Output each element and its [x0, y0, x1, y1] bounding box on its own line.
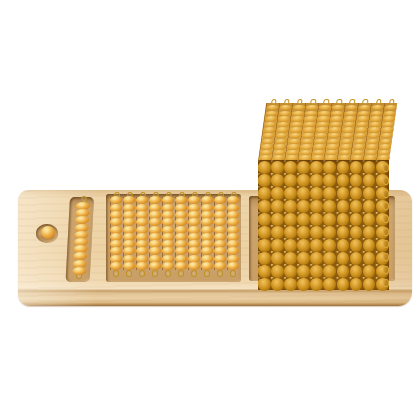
golden-bead [331, 111, 344, 116]
thousand-cube-top-face [258, 103, 397, 161]
golden-bead [273, 150, 286, 155]
golden-bead [337, 174, 350, 187]
golden-bead [290, 122, 303, 127]
golden-bead [310, 200, 323, 213]
golden-bead [365, 150, 378, 155]
golden-bead [110, 218, 122, 226]
golden-bead [350, 213, 363, 226]
golden-bead [310, 226, 323, 239]
golden-bead [284, 174, 297, 187]
golden-bead [175, 218, 187, 226]
golden-bead [355, 122, 368, 127]
golden-bead [310, 239, 323, 252]
golden-bead [368, 127, 381, 132]
golden-bead [363, 278, 376, 291]
golden-bead [380, 133, 393, 138]
wire-loop [178, 270, 184, 277]
golden-bead [258, 226, 271, 239]
golden-bead [323, 161, 336, 174]
golden-bead [342, 122, 355, 127]
wire-loop [383, 164, 389, 172]
golden-bead [337, 252, 350, 265]
golden-bead [300, 144, 313, 149]
golden-bead [378, 150, 391, 155]
golden-bead [343, 116, 356, 121]
golden-bead [363, 252, 376, 265]
golden-bead [279, 105, 292, 110]
golden-bead [297, 226, 310, 239]
golden-bead [271, 226, 284, 239]
golden-bead [318, 105, 331, 110]
golden-bead [188, 218, 200, 226]
golden-bead [381, 127, 394, 132]
golden-bead [332, 105, 345, 110]
golden-bead [341, 133, 354, 138]
golden-bead [382, 116, 395, 121]
golden-bead [338, 150, 351, 155]
wire-loop [165, 270, 171, 277]
thousand-cube [258, 103, 389, 290]
golden-bead [258, 174, 271, 187]
golden-bead [337, 187, 350, 200]
golden-bead [369, 116, 382, 121]
golden-bead [258, 200, 271, 213]
golden-bead [301, 133, 314, 138]
golden-bead [284, 161, 297, 174]
golden-bead [304, 116, 317, 121]
golden-bead [275, 133, 288, 138]
golden-bead [284, 213, 297, 226]
golden-bead [340, 139, 353, 144]
golden-bead [72, 267, 86, 275]
golden-bead [369, 122, 382, 127]
golden-bead [274, 144, 287, 149]
golden-bead [297, 174, 310, 187]
golden-bead [363, 239, 376, 252]
golden-bead [356, 116, 369, 121]
golden-bead [297, 200, 310, 213]
wire-loop [113, 270, 119, 277]
golden-bead [271, 213, 284, 226]
golden-bead [371, 105, 384, 110]
golden-bead [314, 139, 327, 144]
golden-bead [325, 150, 338, 155]
golden-bead-material-photo [0, 0, 420, 420]
golden-bead [355, 127, 368, 132]
wire-loop [191, 270, 197, 277]
golden-bead [382, 122, 395, 127]
golden-bead [291, 116, 304, 121]
golden-bead [301, 139, 314, 144]
golden-bead [271, 239, 284, 252]
golden-bead [263, 127, 276, 132]
golden-bead [297, 278, 310, 291]
golden-bead [363, 265, 376, 278]
golden-bead [266, 105, 279, 110]
golden-bead [312, 150, 325, 155]
hundred-square-bottom-loops [109, 270, 239, 277]
golden-bead [350, 252, 363, 265]
golden-bead [286, 150, 299, 155]
thousand-cube-front-beads [258, 161, 389, 291]
golden-bead [354, 133, 367, 138]
wire-loop [230, 270, 236, 277]
golden-bead [284, 200, 297, 213]
thousand-cube-right-edge-loops [382, 162, 390, 289]
golden-bead [297, 187, 310, 200]
wire-loop [383, 190, 389, 198]
wire-loop [383, 253, 389, 261]
golden-bead [288, 133, 301, 138]
golden-bead [162, 218, 174, 226]
golden-bead [284, 265, 297, 278]
golden-bead [258, 213, 271, 226]
golden-bead [303, 122, 316, 127]
golden-bead [297, 213, 310, 226]
golden-bead [353, 139, 366, 144]
golden-bead [351, 150, 364, 155]
golden-bead [350, 187, 363, 200]
golden-bead [337, 265, 350, 278]
golden-bead [323, 278, 336, 291]
golden-bead [367, 133, 380, 138]
golden-bead [297, 239, 310, 252]
wire-loop [152, 270, 158, 277]
golden-bead [363, 174, 376, 187]
golden-bead [310, 161, 323, 174]
golden-bead [288, 139, 301, 144]
wire-loop [139, 270, 145, 277]
thousand-cube-top-beads [259, 105, 398, 161]
golden-bead [330, 116, 343, 121]
wire-loop [217, 270, 223, 277]
golden-bead [292, 105, 305, 110]
golden-bead [297, 252, 310, 265]
golden-bead [262, 133, 275, 138]
golden-bead [260, 150, 273, 155]
golden-bead [350, 200, 363, 213]
golden-bead [310, 265, 323, 278]
golden-bead [326, 144, 339, 149]
golden-bead [323, 213, 336, 226]
golden-bead [265, 116, 278, 121]
wire-loop [383, 202, 389, 210]
golden-bead [339, 144, 352, 149]
golden-bead [271, 252, 284, 265]
golden-bead [302, 127, 315, 132]
golden-bead [271, 187, 284, 200]
golden-bead [310, 213, 323, 226]
golden-bead [277, 122, 290, 127]
golden-bead [258, 278, 271, 291]
golden-bead [378, 144, 391, 149]
golden-bead [271, 200, 284, 213]
wire-loop [383, 228, 389, 236]
golden-bead [327, 139, 340, 144]
golden-bead [276, 127, 289, 132]
golden-bead [328, 127, 341, 132]
golden-bead [284, 226, 297, 239]
golden-bead [363, 226, 376, 239]
golden-bead [365, 144, 378, 149]
golden-bead [305, 105, 318, 110]
hundred-square [110, 197, 240, 270]
golden-bead [363, 187, 376, 200]
golden-bead [328, 133, 341, 138]
golden-bead [323, 265, 336, 278]
wire-loop [383, 266, 389, 274]
golden-bead [258, 239, 271, 252]
golden-bead [329, 122, 342, 127]
golden-bead [284, 187, 297, 200]
golden-bead [337, 239, 350, 252]
golden-bead [363, 200, 376, 213]
golden-bead [278, 111, 291, 116]
golden-bead [284, 252, 297, 265]
golden-bead [261, 139, 274, 144]
golden-bead [258, 161, 271, 174]
golden-bead [337, 200, 350, 213]
golden-bead [315, 133, 328, 138]
golden-bead [227, 218, 239, 226]
golden-bead [323, 239, 336, 252]
golden-bead [271, 161, 284, 174]
golden-bead [310, 278, 323, 291]
golden-bead [363, 213, 376, 226]
golden-bead [318, 111, 331, 116]
golden-bead [350, 278, 363, 291]
golden-bead [258, 187, 271, 200]
golden-bead [350, 174, 363, 187]
golden-bead [379, 139, 392, 144]
golden-bead [315, 127, 328, 132]
golden-bead [337, 226, 350, 239]
golden-bead [310, 252, 323, 265]
golden-bead [284, 239, 297, 252]
golden-bead [323, 174, 336, 187]
wire-loop [126, 270, 132, 277]
golden-bead [305, 111, 318, 116]
golden-bead [323, 187, 336, 200]
wire-loop [383, 240, 389, 248]
golden-bead [337, 161, 350, 174]
golden-bead [317, 116, 330, 121]
wire-loop [383, 215, 389, 223]
golden-bead [289, 127, 302, 132]
golden-bead [299, 150, 312, 155]
golden-bead [383, 111, 396, 116]
unit-bead [41, 226, 55, 239]
golden-bead [316, 122, 329, 127]
golden-bead [337, 213, 350, 226]
golden-bead [265, 111, 278, 116]
golden-bead [274, 139, 287, 144]
golden-bead [370, 111, 383, 116]
golden-bead [284, 278, 297, 291]
golden-bead [264, 122, 277, 127]
golden-bead [323, 200, 336, 213]
golden-bead [337, 278, 350, 291]
golden-bead [214, 218, 226, 226]
golden-bead [350, 226, 363, 239]
golden-bead [350, 239, 363, 252]
golden-bead [323, 226, 336, 239]
golden-bead [258, 265, 271, 278]
golden-bead [278, 116, 291, 121]
thousand-cube-front-face [258, 160, 389, 290]
golden-bead [366, 139, 379, 144]
golden-bead [313, 144, 326, 149]
golden-bead [358, 105, 371, 110]
golden-bead [357, 111, 370, 116]
wire-loop [204, 270, 210, 277]
golden-bead [271, 265, 284, 278]
golden-bead [345, 105, 358, 110]
golden-bead [258, 252, 271, 265]
thousand-cube-top-loops [267, 99, 399, 105]
golden-bead [350, 265, 363, 278]
golden-bead [271, 278, 284, 291]
golden-bead [310, 174, 323, 187]
golden-bead [350, 161, 363, 174]
golden-bead [297, 265, 310, 278]
golden-bead [123, 218, 135, 226]
golden-bead [384, 105, 397, 110]
golden-bead [297, 161, 310, 174]
golden-bead [344, 111, 357, 116]
golden-bead [292, 111, 305, 116]
golden-bead [261, 144, 274, 149]
golden-bead [149, 218, 161, 226]
golden-bead [287, 144, 300, 149]
wire-loop [383, 279, 389, 287]
wire-loop [383, 177, 389, 185]
golden-bead [363, 161, 376, 174]
golden-bead [342, 127, 355, 132]
golden-bead [323, 252, 336, 265]
golden-bead [271, 174, 284, 187]
golden-bead [352, 144, 365, 149]
golden-bead [201, 218, 213, 226]
golden-bead [136, 218, 148, 226]
golden-bead [310, 187, 323, 200]
